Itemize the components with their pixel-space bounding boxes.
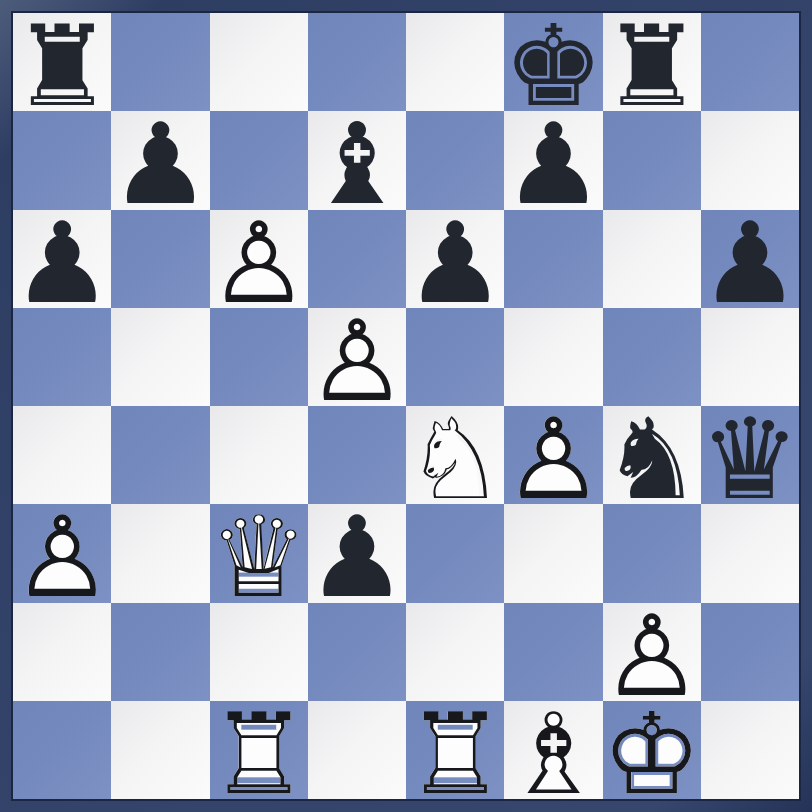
square-b3[interactable] [111,504,209,602]
square-c7[interactable] [210,111,308,209]
square-g4[interactable]: ♞ [603,406,701,504]
square-b6[interactable] [111,210,209,308]
square-h3[interactable] [701,504,799,602]
black-bishop-piece: ♝ [308,115,406,213]
black-pawn-piece: ♟ [13,214,111,312]
white-pawn-piece-fill: ♟ [210,214,308,312]
square-a2[interactable] [13,603,111,701]
white-pawn-piece-fill: ♟ [504,410,602,508]
white-pawn-piece-fill: ♟ [13,508,111,606]
square-a7[interactable] [13,111,111,209]
square-h1[interactable] [701,701,799,799]
square-d6[interactable] [308,210,406,308]
square-e8[interactable] [406,13,504,111]
square-g1[interactable]: ♚♔ [603,701,701,799]
square-f1[interactable]: ♝♗ [504,701,602,799]
white-knight-piece: ♘ [406,410,504,508]
square-c1[interactable]: ♜♖ [210,701,308,799]
square-f5[interactable] [504,308,602,406]
white-pawn-piece: ♙ [504,410,602,508]
square-g5[interactable] [603,308,701,406]
white-rook-piece-fill: ♜ [406,705,504,803]
black-rook-piece: ♜ [603,17,701,115]
square-h2[interactable] [701,603,799,701]
black-king-piece: ♚ [504,17,602,115]
square-b5[interactable] [111,308,209,406]
black-knight-piece: ♞ [603,410,701,508]
square-e6[interactable]: ♟ [406,210,504,308]
black-pawn-piece: ♟ [308,508,406,606]
square-d8[interactable] [308,13,406,111]
white-pawn-piece-fill: ♟ [308,312,406,410]
white-pawn-piece: ♙ [603,607,701,705]
square-a1[interactable] [13,701,111,799]
square-d7[interactable]: ♝ [308,111,406,209]
square-c4[interactable] [210,406,308,504]
black-pawn-piece: ♟ [504,115,602,213]
square-b2[interactable] [111,603,209,701]
white-bishop-piece-fill: ♝ [504,705,602,803]
board-frame: ♜♚♜♟♝♟♟♟♙♟♟♟♙♞♘♟♙♞♛♟♙♛♕♟♟♙♜♖♜♖♝♗♚♔ [0,0,812,812]
square-f7[interactable]: ♟ [504,111,602,209]
square-b4[interactable] [111,406,209,504]
white-king-piece-fill: ♚ [603,705,701,803]
square-c5[interactable] [210,308,308,406]
square-f4[interactable]: ♟♙ [504,406,602,504]
square-e4[interactable]: ♞♘ [406,406,504,504]
square-c2[interactable] [210,603,308,701]
white-knight-piece-fill: ♞ [406,410,504,508]
square-a8[interactable]: ♜ [13,13,111,111]
square-b8[interactable] [111,13,209,111]
black-queen-piece: ♛ [701,410,799,508]
square-a3[interactable]: ♟♙ [13,504,111,602]
square-d1[interactable] [308,701,406,799]
white-rook-piece: ♖ [210,705,308,803]
square-a5[interactable] [13,308,111,406]
square-d5[interactable]: ♟♙ [308,308,406,406]
square-g7[interactable] [603,111,701,209]
square-g2[interactable]: ♟♙ [603,603,701,701]
square-a4[interactable] [13,406,111,504]
white-pawn-piece: ♙ [210,214,308,312]
white-pawn-piece-fill: ♟ [603,607,701,705]
white-queen-piece: ♕ [210,508,308,606]
square-g3[interactable] [603,504,701,602]
black-rook-piece: ♜ [13,17,111,115]
square-g6[interactable] [603,210,701,308]
square-f6[interactable] [504,210,602,308]
square-f3[interactable] [504,504,602,602]
square-d3[interactable]: ♟ [308,504,406,602]
white-pawn-piece: ♙ [13,508,111,606]
chess-board: ♜♚♜♟♝♟♟♟♙♟♟♟♙♞♘♟♙♞♛♟♙♛♕♟♟♙♜♖♜♖♝♗♚♔ [13,13,799,799]
white-queen-piece-fill: ♛ [210,508,308,606]
square-g8[interactable]: ♜ [603,13,701,111]
square-h6[interactable]: ♟ [701,210,799,308]
square-c6[interactable]: ♟♙ [210,210,308,308]
square-b1[interactable] [111,701,209,799]
square-e7[interactable] [406,111,504,209]
square-h8[interactable] [701,13,799,111]
white-king-piece: ♔ [603,705,701,803]
square-e5[interactable] [406,308,504,406]
square-h5[interactable] [701,308,799,406]
square-d4[interactable] [308,406,406,504]
square-d2[interactable] [308,603,406,701]
square-e1[interactable]: ♜♖ [406,701,504,799]
square-h4[interactable]: ♛ [701,406,799,504]
white-rook-piece-fill: ♜ [210,705,308,803]
black-pawn-piece: ♟ [111,115,209,213]
square-e2[interactable] [406,603,504,701]
square-a6[interactable]: ♟ [13,210,111,308]
square-f2[interactable] [504,603,602,701]
square-e3[interactable] [406,504,504,602]
square-c8[interactable] [210,13,308,111]
white-rook-piece: ♖ [406,705,504,803]
black-pawn-piece: ♟ [701,214,799,312]
square-h7[interactable] [701,111,799,209]
square-f8[interactable]: ♚ [504,13,602,111]
black-pawn-piece: ♟ [406,214,504,312]
square-c3[interactable]: ♛♕ [210,504,308,602]
white-bishop-piece: ♗ [504,705,602,803]
white-pawn-piece: ♙ [308,312,406,410]
square-b7[interactable]: ♟ [111,111,209,209]
